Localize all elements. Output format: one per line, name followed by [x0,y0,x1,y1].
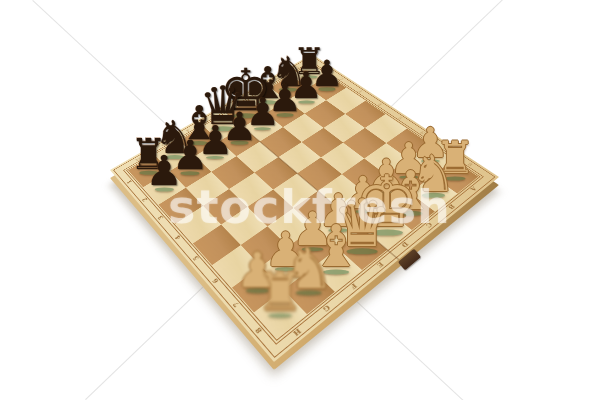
piece-black-pawn: ♟ [145,151,182,193]
pieces-layer: ♜♞♝♚♛♝♞♜♟♟♟♟♟♟♟♟♟♟♟♟♟♟♟♟♜♞♝♚♛♝♞♜ [0,0,600,400]
piece-white-rook: ♜ [256,267,303,320]
stock-photo-chessboard: 11HH22GG33FF44EE55DD66CC77BB88AA ♜♞♝♚♛♝♞… [0,0,600,400]
